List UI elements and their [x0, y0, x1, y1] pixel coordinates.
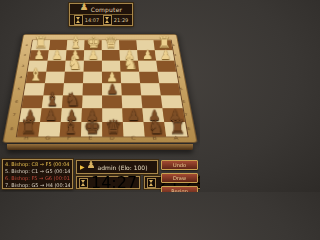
square-f1[interactable]: ♝ — [67, 40, 85, 50]
square-e3[interactable] — [83, 61, 102, 72]
square-g7[interactable]: ♟ — [40, 108, 62, 122]
move-list-row-1[interactable]: 5. Bishop: C1 → G5 (00:14:05) — [5, 168, 70, 175]
move-list-row-2[interactable]: 6. Bishop: F5 → G6 (00:01:05) — [5, 175, 70, 182]
draw-button[interactable]: Draw — [161, 173, 198, 183]
square-h7[interactable]: ♟ — [19, 108, 41, 122]
square-b5[interactable] — [140, 83, 161, 95]
piece-black-rook[interactable]: ♜ — [19, 118, 36, 137]
undo-button[interactable]: Undo — [161, 160, 198, 170]
square-f3[interactable]: ♞ — [65, 61, 84, 72]
piece-black-pawn[interactable]: ♟ — [168, 108, 181, 122]
move-list-row-3[interactable]: 7. Bishop: G5 → H4 (00:14:05) — [5, 182, 70, 189]
turn-indicator-box: ▶ ♟ admin (Elo: 100) — [76, 160, 158, 174]
square-e1[interactable]: ♚ — [84, 40, 102, 50]
piece-white-pawn[interactable]: ♟ — [142, 49, 153, 61]
move-list-row-0[interactable]: 4. Bishop: C8 → F5 (00:04:05) — [5, 161, 70, 168]
piece-black-pawn[interactable]: ♟ — [23, 108, 36, 122]
square-f4[interactable] — [64, 72, 83, 84]
piece-white-pawn[interactable]: ♟ — [51, 49, 62, 61]
square-e5[interactable] — [82, 83, 102, 95]
square-c5[interactable] — [121, 83, 141, 95]
square-h1[interactable]: ♜ — [31, 40, 50, 50]
file-label-F: F — [58, 135, 80, 141]
piece-white-pawn[interactable]: ♟ — [123, 49, 134, 61]
clock: 14:27 — [76, 176, 140, 189]
hourglass-icon — [147, 178, 156, 188]
square-f6[interactable]: ♞ — [62, 95, 83, 108]
board-frame: ♜♝♚♛♜♟♟♟♟♟♟♟♞♞♝♟♟♝♞♟♟♟♟♟♟♟♜♝♚♛♞♜ HGFEDCB… — [2, 34, 197, 143]
square-g4[interactable] — [45, 72, 65, 84]
board-scene: ♜♝♚♛♜♟♟♟♟♟♟♟♞♞♝♟♟♝♞♟♟♟♟♟♟♟♜♝♚♛♞♜ HGFEDCB… — [0, 14, 200, 160]
rank-label-3: 3 — [18, 60, 28, 71]
piece-black-pawn[interactable]: ♟ — [44, 108, 57, 122]
pawn-icon: ♟ — [87, 160, 96, 170]
square-c2[interactable]: ♟ — [120, 50, 139, 60]
player-name: admin (Elo: 100) — [98, 164, 148, 171]
square-c1[interactable] — [119, 40, 137, 50]
square-b2[interactable]: ♟ — [137, 50, 156, 60]
resign-button[interactable]: Resign — [161, 186, 198, 192]
square-g6[interactable]: ♝ — [42, 95, 63, 108]
square-d3[interactable] — [102, 61, 121, 72]
square-h3[interactable] — [28, 61, 48, 72]
file-label-D: D — [101, 135, 123, 141]
square-e4[interactable] — [83, 72, 102, 84]
square-e2[interactable]: ♟ — [84, 50, 102, 60]
file-labels: HGFEDCBA — [15, 135, 187, 141]
file-label-G: G — [37, 135, 59, 141]
square-d7[interactable] — [102, 108, 123, 122]
rank-label-3: 3 — [172, 60, 182, 71]
piece-black-bishop[interactable]: ♝ — [62, 118, 79, 137]
square-f5[interactable] — [63, 83, 83, 95]
square-b4[interactable] — [139, 72, 159, 84]
piece-black-knight[interactable]: ♞ — [147, 118, 164, 137]
square-c4[interactable] — [121, 72, 141, 84]
hourglass-icon — [79, 178, 88, 188]
rank-label-5: 5 — [176, 83, 186, 95]
piece-white-queen[interactable]: ♛ — [104, 35, 118, 51]
square-f7[interactable]: ♟ — [61, 108, 82, 122]
action-buttons: Undo Draw Resign — [161, 160, 198, 192]
rank-label-2: 2 — [171, 50, 180, 60]
square-b6[interactable] — [141, 95, 162, 108]
square-d6[interactable] — [102, 95, 122, 108]
player-clocks: 14:27 21:29 — [76, 176, 158, 189]
piece-white-pawn[interactable]: ♟ — [87, 49, 98, 61]
file-label-A: A — [165, 135, 187, 141]
square-g5[interactable] — [43, 83, 64, 95]
player-panel: ▶ ♟ admin (Elo: 100) 14:27 21:29 — [76, 160, 158, 190]
square-d4[interactable]: ♟ — [102, 72, 121, 84]
square-d1[interactable]: ♛ — [102, 40, 120, 50]
computer-name: Computer — [91, 6, 122, 13]
square-h6[interactable] — [22, 95, 44, 108]
piece-white-pawn[interactable]: ♟ — [69, 49, 80, 61]
square-g2[interactable]: ♟ — [48, 50, 67, 60]
square-e6[interactable] — [82, 95, 102, 108]
piece-white-king[interactable]: ♚ — [86, 35, 100, 51]
piece-black-pawn[interactable]: ♟ — [148, 108, 161, 122]
square-e7[interactable]: ♟ — [81, 108, 102, 122]
square-h2[interactable]: ♟ — [30, 50, 49, 60]
square-d2[interactable] — [102, 50, 120, 60]
square-d5[interactable]: ♟ — [102, 83, 122, 95]
square-c3[interactable]: ♞ — [120, 61, 139, 72]
square-b1[interactable] — [136, 40, 155, 50]
pawn-icon: ♟ — [80, 2, 89, 12]
piece-black-queen[interactable]: ♛ — [104, 118, 121, 137]
piece-white-pawn[interactable]: ♟ — [106, 70, 118, 83]
square-b3[interactable] — [138, 61, 158, 72]
piece-black-pawn[interactable]: ♟ — [85, 108, 98, 122]
square-g1[interactable] — [49, 40, 67, 50]
turn-arrow-icon: ▶ — [80, 164, 85, 170]
piece-white-pawn[interactable]: ♟ — [160, 49, 171, 61]
square-f2[interactable]: ♟ — [66, 50, 84, 60]
file-label-B: B — [144, 135, 166, 141]
file-label-C: C — [122, 135, 144, 141]
piece-white-rook[interactable]: ♜ — [33, 35, 47, 51]
piece-white-bishop[interactable]: ♝ — [68, 35, 82, 51]
square-h4[interactable]: ♝ — [26, 72, 46, 84]
piece-black-pawn[interactable]: ♟ — [127, 108, 140, 122]
piece-black-king[interactable]: ♚ — [83, 118, 100, 137]
square-h5[interactable] — [24, 83, 45, 95]
board-front-edge — [7, 144, 193, 150]
square-g3[interactable] — [46, 61, 65, 72]
move-list: 4. Bishop: C8 → F5 (00:04:05)5. Bishop: … — [2, 159, 73, 189]
file-label-H: H — [15, 135, 37, 141]
rank-label-1: 1 — [169, 40, 178, 50]
piece-black-pawn[interactable]: ♟ — [65, 108, 78, 122]
square-c6[interactable] — [122, 95, 143, 108]
piece-white-pawn[interactable]: ♟ — [33, 49, 44, 61]
chess-board[interactable]: ♜♝♚♛♜♟♟♟♟♟♟♟♞♞♝♟♟♝♞♟♟♟♟♟♟♟♜♝♚♛♞♜ — [16, 40, 189, 138]
square-b7[interactable]: ♟ — [142, 108, 164, 122]
square-c7[interactable]: ♟ — [122, 108, 143, 122]
piece-black-pawn[interactable]: ♟ — [106, 82, 118, 95]
file-label-E: E — [80, 135, 102, 141]
